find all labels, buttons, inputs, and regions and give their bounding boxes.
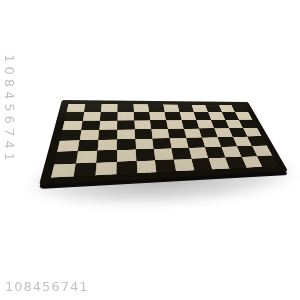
board-cell (66, 104, 85, 112)
board-cell (100, 112, 117, 121)
checkerboard-mat (39, 100, 288, 185)
board-cell (150, 120, 167, 129)
board-cell (134, 112, 151, 120)
product-photo-canvas: 108456741 108456741 (0, 0, 300, 300)
board-cell (148, 104, 164, 112)
board-cell (117, 120, 134, 129)
board-cell (136, 160, 156, 173)
board-cell (243, 128, 262, 137)
board-cell (136, 149, 156, 161)
board-cell (76, 151, 98, 164)
board-cell (117, 112, 134, 120)
board-cell (235, 112, 252, 120)
board-cell (74, 163, 97, 177)
board-cell (81, 121, 100, 131)
board-cell (97, 150, 117, 162)
board-cell (117, 161, 137, 174)
board-cell (83, 112, 101, 121)
board-cell (101, 104, 118, 112)
board-cell (99, 120, 117, 129)
board-cell (64, 112, 84, 121)
board-cell (60, 130, 81, 141)
board-cell (153, 138, 172, 149)
board-cell (149, 112, 166, 120)
board-cell (117, 129, 135, 139)
watermark-text: 108456741 (5, 279, 88, 294)
board-cell (154, 148, 174, 160)
board-cell (134, 120, 151, 129)
board-cell (232, 105, 249, 112)
board-cell (239, 120, 257, 128)
board-cell (54, 151, 78, 164)
board-cell (99, 130, 118, 140)
board-cell (155, 159, 176, 172)
board-cell (151, 129, 169, 139)
board-cell (133, 104, 149, 112)
board-cell (117, 139, 136, 150)
board-cell (135, 139, 154, 150)
board-cell (135, 129, 153, 139)
board-cell (79, 130, 99, 140)
board-cell (98, 139, 118, 150)
checker-grid (51, 104, 279, 178)
board-cell (84, 104, 102, 112)
board-cell (117, 150, 137, 162)
watermark-text-vertical: 108456741 (2, 35, 17, 185)
board-cell (118, 104, 134, 112)
board-cell (57, 140, 79, 152)
board-cell (62, 121, 82, 131)
board-cell (95, 162, 116, 176)
board-cell (51, 163, 76, 177)
board-cell (78, 140, 99, 151)
